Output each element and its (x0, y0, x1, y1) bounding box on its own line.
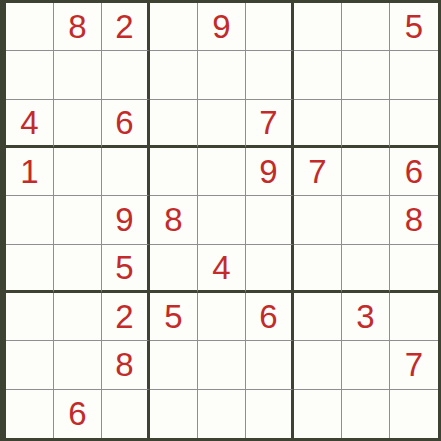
cell-r2c7[interactable] (294, 51, 342, 99)
cell-r5c7[interactable] (294, 196, 342, 244)
cell-r5c6[interactable] (246, 196, 294, 244)
cell-r7c3[interactable]: 2 (102, 293, 150, 341)
cell-r7c6[interactable]: 6 (246, 293, 294, 341)
cell-r2c5[interactable] (198, 51, 246, 99)
cell-r7c5[interactable] (198, 293, 246, 341)
cell-r9c2[interactable]: 6 (54, 390, 102, 438)
cell-r1c4[interactable] (150, 3, 198, 51)
cell-r6c8[interactable] (342, 245, 390, 293)
cell-r8c1[interactable] (6, 341, 54, 389)
cell-r3c6[interactable]: 7 (246, 100, 294, 148)
cell-r3c9[interactable] (390, 100, 438, 148)
cell-r8c9[interactable]: 7 (390, 341, 438, 389)
cell-r4c3[interactable] (102, 148, 150, 196)
cell-r1c2[interactable]: 8 (54, 3, 102, 51)
cell-r7c1[interactable] (6, 293, 54, 341)
cell-r5c2[interactable] (54, 196, 102, 244)
cell-r3c2[interactable] (54, 100, 102, 148)
cell-r1c8[interactable] (342, 3, 390, 51)
cell-r8c4[interactable] (150, 341, 198, 389)
cell-r5c8[interactable] (342, 196, 390, 244)
cell-r8c3[interactable]: 8 (102, 341, 150, 389)
cell-r4c4[interactable] (150, 148, 198, 196)
cell-r9c9[interactable] (390, 390, 438, 438)
cell-r6c1[interactable] (6, 245, 54, 293)
cell-r4c5[interactable] (198, 148, 246, 196)
cell-r9c7[interactable] (294, 390, 342, 438)
cell-r4c6[interactable]: 9 (246, 148, 294, 196)
cell-r4c9[interactable]: 6 (390, 148, 438, 196)
cell-r4c1[interactable]: 1 (6, 148, 54, 196)
cell-r3c5[interactable] (198, 100, 246, 148)
cell-r9c5[interactable] (198, 390, 246, 438)
cell-r2c4[interactable] (150, 51, 198, 99)
cell-r2c1[interactable] (6, 51, 54, 99)
cell-r1c3[interactable]: 2 (102, 3, 150, 51)
cell-r6c5[interactable]: 4 (198, 245, 246, 293)
cell-r2c9[interactable] (390, 51, 438, 99)
cell-r1c5[interactable]: 9 (198, 3, 246, 51)
cell-r4c8[interactable] (342, 148, 390, 196)
cell-r5c4[interactable]: 8 (150, 196, 198, 244)
cell-r6c7[interactable] (294, 245, 342, 293)
cell-r7c4[interactable]: 5 (150, 293, 198, 341)
cell-r1c6[interactable] (246, 3, 294, 51)
cell-r7c9[interactable] (390, 293, 438, 341)
cell-r9c3[interactable] (102, 390, 150, 438)
cell-r6c3[interactable]: 5 (102, 245, 150, 293)
cell-r9c8[interactable] (342, 390, 390, 438)
cell-r8c5[interactable] (198, 341, 246, 389)
cell-r8c2[interactable] (54, 341, 102, 389)
cell-r3c3[interactable]: 6 (102, 100, 150, 148)
cell-r2c8[interactable] (342, 51, 390, 99)
cell-r2c2[interactable] (54, 51, 102, 99)
cell-r2c6[interactable] (246, 51, 294, 99)
cell-r6c2[interactable] (54, 245, 102, 293)
cell-r7c7[interactable] (294, 293, 342, 341)
cell-r3c7[interactable] (294, 100, 342, 148)
cell-r5c1[interactable] (6, 196, 54, 244)
cell-r3c8[interactable] (342, 100, 390, 148)
cell-r1c1[interactable] (6, 3, 54, 51)
cell-r1c9[interactable]: 5 (390, 3, 438, 51)
cell-r1c7[interactable] (294, 3, 342, 51)
sudoku-board: 82954671976988542563876 (0, 0, 441, 441)
cell-r9c6[interactable] (246, 390, 294, 438)
cell-r4c7[interactable]: 7 (294, 148, 342, 196)
cell-r2c3[interactable] (102, 51, 150, 99)
cell-r5c5[interactable] (198, 196, 246, 244)
cell-r5c9[interactable]: 8 (390, 196, 438, 244)
cell-r8c7[interactable] (294, 341, 342, 389)
cell-r7c8[interactable]: 3 (342, 293, 390, 341)
cell-r3c4[interactable] (150, 100, 198, 148)
cell-r6c6[interactable] (246, 245, 294, 293)
cell-r5c3[interactable]: 9 (102, 196, 150, 244)
cell-r6c9[interactable] (390, 245, 438, 293)
cell-r6c4[interactable] (150, 245, 198, 293)
cell-r3c1[interactable]: 4 (6, 100, 54, 148)
cell-r7c2[interactable] (54, 293, 102, 341)
cell-r9c1[interactable] (6, 390, 54, 438)
cell-r9c4[interactable] (150, 390, 198, 438)
cell-r4c2[interactable] (54, 148, 102, 196)
cell-r8c8[interactable] (342, 341, 390, 389)
cell-r8c6[interactable] (246, 341, 294, 389)
